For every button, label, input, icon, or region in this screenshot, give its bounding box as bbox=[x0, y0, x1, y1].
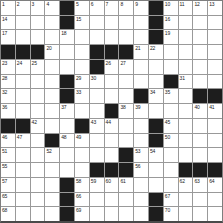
cell-r6c15[interactable] bbox=[208, 75, 222, 89]
black-cell-r4c8 bbox=[105, 45, 119, 59]
cell-r9c9[interactable] bbox=[119, 119, 133, 133]
cell-r9c13[interactable] bbox=[179, 119, 193, 133]
clue-number-23: 23 bbox=[2, 60, 7, 66]
cell-r15c3[interactable] bbox=[31, 207, 45, 221]
clue-number-69: 69 bbox=[76, 207, 81, 213]
cell-r7c13[interactable] bbox=[179, 89, 193, 103]
cell-r2c15[interactable] bbox=[208, 16, 222, 30]
cell-r14c10[interactable] bbox=[134, 193, 148, 207]
cell-r3c3[interactable] bbox=[31, 30, 45, 44]
cell-r5c12[interactable] bbox=[164, 60, 178, 74]
clue-number-9: 9 bbox=[135, 1, 138, 7]
black-cell-r8c8 bbox=[105, 104, 119, 118]
clue-number-12: 12 bbox=[194, 1, 199, 7]
cell-r11c8[interactable] bbox=[105, 148, 119, 162]
cell-r11c6[interactable] bbox=[75, 148, 89, 162]
cell-r3c14[interactable] bbox=[193, 30, 207, 44]
cell-r14c4[interactable] bbox=[45, 193, 59, 207]
black-cell-r4c9 bbox=[119, 45, 133, 59]
black-cell-r6c12 bbox=[164, 75, 178, 89]
black-cell-r9c6 bbox=[75, 119, 89, 133]
cell-r9c5[interactable] bbox=[60, 119, 74, 133]
cell-r14c6[interactable]: 66 bbox=[75, 193, 89, 207]
cell-r3c8[interactable] bbox=[105, 30, 119, 44]
black-cell-r2c11 bbox=[149, 16, 163, 30]
cell-r11c3[interactable] bbox=[31, 148, 45, 162]
cell-r4c15[interactable] bbox=[208, 45, 222, 59]
black-cell-r10c4 bbox=[45, 134, 59, 148]
cell-r11c2[interactable] bbox=[16, 148, 30, 162]
cell-r11c13[interactable] bbox=[179, 148, 193, 162]
cell-r6c9[interactable] bbox=[119, 75, 133, 89]
cell-r1c3[interactable]: 3 bbox=[31, 1, 45, 15]
cell-r3c12[interactable]: 19 bbox=[164, 30, 178, 44]
cell-r2c3[interactable] bbox=[31, 16, 45, 30]
clue-number-11: 11 bbox=[180, 1, 185, 7]
cell-r9c8[interactable]: 44 bbox=[105, 119, 119, 133]
clue-number-50: 50 bbox=[165, 134, 170, 140]
black-cell-r4c3 bbox=[31, 45, 45, 59]
clue-number-36: 36 bbox=[2, 104, 7, 110]
clue-number-27: 27 bbox=[120, 60, 125, 66]
cell-r5c9[interactable]: 27 bbox=[119, 60, 133, 74]
clue-number-43: 43 bbox=[91, 119, 96, 125]
cell-r3c6[interactable] bbox=[75, 30, 89, 44]
cell-r11c11[interactable]: 54 bbox=[149, 148, 163, 162]
clue-number-56: 56 bbox=[135, 163, 140, 169]
cell-r10c3[interactable] bbox=[31, 134, 45, 148]
cell-r14c1[interactable]: 65 bbox=[1, 193, 15, 207]
clue-number-4: 4 bbox=[46, 1, 49, 7]
cell-r2c4[interactable] bbox=[45, 16, 59, 30]
cell-r12c3[interactable] bbox=[31, 163, 45, 177]
clue-number-7: 7 bbox=[106, 1, 109, 7]
black-cell-r7c14 bbox=[193, 89, 207, 103]
cell-r11c12[interactable] bbox=[164, 148, 178, 162]
cell-r2c12[interactable]: 16 bbox=[164, 16, 178, 30]
cell-r1c8[interactable]: 7 bbox=[105, 1, 119, 15]
black-cell-r12c8 bbox=[105, 163, 119, 177]
cell-r11c14[interactable] bbox=[193, 148, 207, 162]
clue-number-44: 44 bbox=[106, 119, 111, 125]
cell-r15c9[interactable] bbox=[119, 207, 133, 221]
cell-r12c2[interactable] bbox=[16, 163, 30, 177]
cell-r7c12[interactable]: 35 bbox=[164, 89, 178, 103]
clue-number-1: 1 bbox=[2, 1, 5, 7]
black-cell-r12c14 bbox=[193, 163, 207, 177]
clue-number-40: 40 bbox=[194, 104, 199, 110]
cell-r7c2[interactable] bbox=[16, 89, 30, 103]
cell-r1c6[interactable]: 5 bbox=[75, 1, 89, 15]
cell-r14c12[interactable]: 67 bbox=[164, 193, 178, 207]
cell-r4c11[interactable]: 22 bbox=[149, 45, 163, 59]
cell-r15c12[interactable]: 70 bbox=[164, 207, 178, 221]
cell-r5c3[interactable]: 25 bbox=[31, 60, 45, 74]
cell-r10c8[interactable] bbox=[105, 134, 119, 148]
black-cell-r1c5 bbox=[60, 1, 74, 15]
cell-r10c7[interactable] bbox=[90, 134, 104, 148]
black-cell-r2c5 bbox=[60, 16, 74, 30]
cell-r14c15[interactable] bbox=[208, 193, 222, 207]
clue-number-59: 59 bbox=[91, 178, 96, 184]
cell-r8c3[interactable] bbox=[31, 104, 45, 118]
cell-r8c12[interactable] bbox=[164, 104, 178, 118]
cell-r11c10[interactable]: 53 bbox=[134, 148, 148, 162]
cell-r9c14[interactable] bbox=[193, 119, 207, 133]
cell-r4c13[interactable] bbox=[179, 45, 193, 59]
cell-r11c1[interactable]: 51 bbox=[1, 148, 15, 162]
clue-number-32: 32 bbox=[2, 89, 7, 95]
cell-r1c14[interactable]: 12 bbox=[193, 1, 207, 15]
black-cell-r11c9 bbox=[119, 148, 133, 162]
black-cell-r12c13 bbox=[179, 163, 193, 177]
cell-r2c1[interactable]: 14 bbox=[1, 16, 15, 30]
cell-r7c1[interactable]: 32 bbox=[1, 89, 15, 103]
cell-r4c4[interactable]: 20 bbox=[45, 45, 59, 59]
cell-r13c12[interactable] bbox=[164, 178, 178, 192]
clue-number-60: 60 bbox=[106, 178, 111, 184]
cell-r8c11[interactable] bbox=[149, 104, 163, 118]
cell-r4c5[interactable] bbox=[60, 45, 74, 59]
cell-r7c9[interactable] bbox=[119, 89, 133, 103]
cell-r10c1[interactable]: 46 bbox=[1, 134, 15, 148]
cell-r9c10[interactable] bbox=[134, 119, 148, 133]
clue-number-51: 51 bbox=[2, 148, 7, 154]
clue-number-41: 41 bbox=[209, 104, 214, 110]
cell-r8c15[interactable]: 41 bbox=[208, 104, 222, 118]
clue-number-54: 54 bbox=[150, 148, 155, 154]
cell-r13c14[interactable]: 63 bbox=[193, 178, 207, 192]
cell-r2c13[interactable] bbox=[179, 16, 193, 30]
cell-r10c10[interactable] bbox=[134, 134, 148, 148]
cell-r8c4[interactable] bbox=[45, 104, 59, 118]
cell-r6c3[interactable] bbox=[31, 75, 45, 89]
cell-r7c8[interactable] bbox=[105, 89, 119, 103]
cell-r1c2[interactable]: 2 bbox=[16, 1, 30, 15]
crossword-puzzle: 1234567891011121314151617181920212223242… bbox=[0, 0, 223, 223]
clue-number-68: 68 bbox=[2, 207, 7, 213]
black-cell-r9c2 bbox=[16, 119, 30, 133]
cell-r13c1[interactable]: 57 bbox=[1, 178, 15, 192]
clue-number-49: 49 bbox=[76, 134, 81, 140]
clue-number-46: 46 bbox=[2, 134, 7, 140]
clue-number-5: 5 bbox=[76, 1, 79, 7]
cell-r1c9[interactable]: 8 bbox=[119, 1, 133, 15]
clue-number-17: 17 bbox=[2, 30, 7, 36]
cell-r10c6[interactable]: 49 bbox=[75, 134, 89, 148]
cell-r5c14[interactable] bbox=[193, 60, 207, 74]
cell-r3c15[interactable] bbox=[208, 30, 222, 44]
cell-r14c14[interactable] bbox=[193, 193, 207, 207]
cell-r14c13[interactable] bbox=[179, 193, 193, 207]
cell-r8c6[interactable] bbox=[75, 104, 89, 118]
cell-r2c2[interactable] bbox=[16, 16, 30, 30]
cell-r15c4[interactable] bbox=[45, 207, 59, 221]
cell-r13c11[interactable] bbox=[149, 178, 163, 192]
black-cell-r12c9 bbox=[119, 163, 133, 177]
clue-number-37: 37 bbox=[61, 104, 66, 110]
black-cell-r14c11 bbox=[149, 193, 163, 207]
clue-number-48: 48 bbox=[61, 134, 66, 140]
cell-r10c14[interactable] bbox=[193, 134, 207, 148]
cell-r6c2[interactable] bbox=[16, 75, 30, 89]
cell-r9c4[interactable] bbox=[45, 119, 59, 133]
clue-number-52: 52 bbox=[46, 148, 51, 154]
cell-r7c3[interactable] bbox=[31, 89, 45, 103]
clue-number-14: 14 bbox=[2, 16, 7, 22]
clue-number-26: 26 bbox=[106, 60, 111, 66]
cell-r3c7[interactable] bbox=[90, 30, 104, 44]
cell-r13c7[interactable]: 59 bbox=[90, 178, 104, 192]
cell-r8c13[interactable] bbox=[179, 104, 193, 118]
clue-number-61: 61 bbox=[120, 178, 125, 184]
clue-number-8: 8 bbox=[120, 1, 123, 7]
cell-r9c15[interactable] bbox=[208, 119, 222, 133]
clue-number-10: 10 bbox=[165, 1, 170, 7]
clue-number-24: 24 bbox=[17, 60, 22, 66]
cell-r10c13[interactable] bbox=[179, 134, 193, 148]
cell-r2c10[interactable] bbox=[134, 16, 148, 30]
cell-r7c11[interactable]: 34 bbox=[149, 89, 163, 103]
cell-r9c7[interactable]: 43 bbox=[90, 119, 104, 133]
cell-r11c4[interactable]: 52 bbox=[45, 148, 59, 162]
cell-r10c2[interactable]: 47 bbox=[16, 134, 30, 148]
black-cell-r7c5 bbox=[60, 89, 74, 103]
cell-r6c4[interactable] bbox=[45, 75, 59, 89]
clue-number-3: 3 bbox=[32, 1, 35, 7]
cell-r6c1[interactable]: 28 bbox=[1, 75, 15, 89]
cell-r10c12[interactable]: 50 bbox=[164, 134, 178, 148]
cell-r6c7[interactable]: 30 bbox=[90, 75, 104, 89]
cell-r7c6[interactable]: 33 bbox=[75, 89, 89, 103]
black-cell-r13c5 bbox=[60, 178, 74, 192]
cell-r14c7[interactable] bbox=[90, 193, 104, 207]
cell-r13c2[interactable] bbox=[16, 178, 30, 192]
cell-r5c11[interactable] bbox=[149, 60, 163, 74]
cell-r3c10[interactable] bbox=[134, 30, 148, 44]
cell-r1c7[interactable]: 6 bbox=[90, 1, 104, 15]
cell-r15c2[interactable] bbox=[16, 207, 30, 221]
cell-r5c6[interactable] bbox=[75, 60, 89, 74]
cell-r14c2[interactable] bbox=[16, 193, 30, 207]
cell-r13c6[interactable]: 58 bbox=[75, 178, 89, 192]
clue-number-66: 66 bbox=[76, 193, 81, 199]
clue-number-31: 31 bbox=[180, 75, 185, 81]
cell-r13c9[interactable]: 61 bbox=[119, 178, 133, 192]
black-cell-r15c5 bbox=[60, 207, 74, 221]
clue-number-67: 67 bbox=[165, 193, 170, 199]
cell-r8c10[interactable]: 39 bbox=[134, 104, 148, 118]
cell-r1c12[interactable]: 10 bbox=[164, 1, 178, 15]
clue-number-58: 58 bbox=[76, 178, 81, 184]
clue-number-13: 13 bbox=[209, 1, 214, 7]
clue-number-30: 30 bbox=[91, 75, 96, 81]
cell-r3c13[interactable] bbox=[179, 30, 193, 44]
cell-r15c15[interactable] bbox=[208, 207, 222, 221]
clue-number-34: 34 bbox=[150, 89, 155, 95]
cell-r4c12[interactable] bbox=[164, 45, 178, 59]
black-cell-r5c7 bbox=[90, 60, 104, 74]
cell-r15c14[interactable] bbox=[193, 207, 207, 221]
cell-r12c1[interactable]: 55 bbox=[1, 163, 15, 177]
cell-r8c1[interactable]: 36 bbox=[1, 104, 15, 118]
cell-r12c10[interactable]: 56 bbox=[134, 163, 148, 177]
cell-r10c9[interactable] bbox=[119, 134, 133, 148]
cell-r3c9[interactable] bbox=[119, 30, 133, 44]
cell-r14c9[interactable] bbox=[119, 193, 133, 207]
cell-r5c1[interactable]: 23 bbox=[1, 60, 15, 74]
clue-number-25: 25 bbox=[32, 60, 37, 66]
cell-r15c13[interactable] bbox=[179, 207, 193, 221]
clue-number-6: 6 bbox=[91, 1, 94, 7]
black-cell-r10c11 bbox=[149, 134, 163, 148]
cell-r8c14[interactable]: 40 bbox=[193, 104, 207, 118]
black-cell-r12c7 bbox=[90, 163, 104, 177]
cell-r5c4[interactable] bbox=[45, 60, 59, 74]
cell-r1c10[interactable]: 9 bbox=[134, 1, 148, 15]
cell-r2c14[interactable] bbox=[193, 16, 207, 30]
cell-r3c1[interactable]: 17 bbox=[1, 30, 15, 44]
clue-number-21: 21 bbox=[135, 45, 140, 51]
cell-r1c15[interactable]: 13 bbox=[208, 1, 222, 15]
cell-r9c3[interactable]: 42 bbox=[31, 119, 45, 133]
cell-r15c8[interactable] bbox=[105, 207, 119, 221]
cell-r2c8[interactable] bbox=[105, 16, 119, 30]
cell-r13c3[interactable] bbox=[31, 178, 45, 192]
black-cell-r9c1 bbox=[1, 119, 15, 133]
black-cell-r12c15 bbox=[208, 163, 222, 177]
black-cell-r4c2 bbox=[16, 45, 30, 59]
clue-number-57: 57 bbox=[2, 178, 7, 184]
cell-r12c5[interactable] bbox=[60, 163, 74, 177]
cell-r13c10[interactable] bbox=[134, 178, 148, 192]
black-cell-r15c11 bbox=[149, 207, 163, 221]
cell-r8c2[interactable] bbox=[16, 104, 30, 118]
cell-r9c12[interactable]: 45 bbox=[164, 119, 178, 133]
black-cell-r9c11 bbox=[149, 119, 163, 133]
cell-r6c8[interactable] bbox=[105, 75, 119, 89]
clue-number-29: 29 bbox=[76, 75, 81, 81]
cell-r6c6[interactable]: 29 bbox=[75, 75, 89, 89]
clue-number-20: 20 bbox=[46, 45, 51, 51]
black-cell-r7c15 bbox=[208, 89, 222, 103]
cell-r5c10[interactable] bbox=[134, 60, 148, 74]
black-cell-r6c5 bbox=[60, 75, 74, 89]
clue-number-53: 53 bbox=[135, 148, 140, 154]
clue-number-16: 16 bbox=[165, 16, 170, 22]
cell-r11c7[interactable] bbox=[90, 148, 104, 162]
clue-number-63: 63 bbox=[194, 178, 199, 184]
clue-number-64: 64 bbox=[209, 178, 214, 184]
cell-r15c6[interactable]: 69 bbox=[75, 207, 89, 221]
clue-number-22: 22 bbox=[150, 45, 155, 51]
black-cell-r3c11 bbox=[149, 30, 163, 44]
clue-number-35: 35 bbox=[165, 89, 170, 95]
cell-r4c10[interactable]: 21 bbox=[134, 45, 148, 59]
cell-r4c6[interactable] bbox=[75, 45, 89, 59]
crossword-board: 1234567891011121314151617181920212223242… bbox=[0, 0, 223, 223]
cell-r1c4[interactable]: 4 bbox=[45, 1, 59, 15]
clue-number-62: 62 bbox=[180, 178, 185, 184]
cell-r5c5[interactable] bbox=[60, 60, 74, 74]
cell-r8c9[interactable]: 38 bbox=[119, 104, 133, 118]
cell-r3c4[interactable] bbox=[45, 30, 59, 44]
clue-number-2: 2 bbox=[17, 1, 20, 7]
clue-number-18: 18 bbox=[61, 30, 66, 36]
cell-r3c2[interactable] bbox=[16, 30, 30, 44]
clue-number-55: 55 bbox=[2, 163, 7, 169]
cell-r6c13[interactable]: 31 bbox=[179, 75, 193, 89]
cell-r12c11[interactable] bbox=[149, 163, 163, 177]
cell-r15c7[interactable] bbox=[90, 207, 104, 221]
cell-r12c12[interactable] bbox=[164, 163, 178, 177]
cell-r6c10[interactable] bbox=[134, 75, 148, 89]
cell-r13c8[interactable]: 60 bbox=[105, 178, 119, 192]
cell-r13c13[interactable]: 62 bbox=[179, 178, 193, 192]
cell-r15c1[interactable]: 68 bbox=[1, 207, 15, 221]
cell-r11c15[interactable] bbox=[208, 148, 222, 162]
black-cell-r1c11 bbox=[149, 1, 163, 15]
cell-r8c5[interactable]: 37 bbox=[60, 104, 74, 118]
clue-number-38: 38 bbox=[120, 104, 125, 110]
cell-r10c15[interactable] bbox=[208, 134, 222, 148]
cell-r1c1[interactable]: 1 bbox=[1, 1, 15, 15]
cell-r6c14[interactable] bbox=[193, 75, 207, 89]
clue-number-42: 42 bbox=[32, 119, 37, 125]
cell-r7c7[interactable] bbox=[90, 89, 104, 103]
clue-number-70: 70 bbox=[165, 207, 170, 213]
black-cell-r7c10 bbox=[134, 89, 148, 103]
cell-r7c4[interactable] bbox=[45, 89, 59, 103]
cell-r12c6[interactable] bbox=[75, 163, 89, 177]
cell-r8c7[interactable] bbox=[90, 104, 104, 118]
cell-r15c10[interactable] bbox=[134, 207, 148, 221]
cell-r14c3[interactable] bbox=[31, 193, 45, 207]
cell-r5c13[interactable] bbox=[179, 60, 193, 74]
cell-r10c5[interactable]: 48 bbox=[60, 134, 74, 148]
clue-number-45: 45 bbox=[165, 119, 170, 125]
black-cell-r4c1 bbox=[1, 45, 15, 59]
cell-r2c9[interactable] bbox=[119, 16, 133, 30]
clue-number-19: 19 bbox=[165, 30, 170, 36]
clue-number-39: 39 bbox=[135, 104, 140, 110]
cell-r13c4[interactable] bbox=[45, 178, 59, 192]
clue-number-15: 15 bbox=[76, 16, 81, 22]
cell-r5c2[interactable]: 24 bbox=[16, 60, 30, 74]
cell-r2c7[interactable] bbox=[90, 16, 104, 30]
clue-number-33: 33 bbox=[76, 89, 81, 95]
cell-r1c13[interactable]: 11 bbox=[179, 1, 193, 15]
black-cell-r4c7 bbox=[90, 45, 104, 59]
cell-r13c15[interactable]: 64 bbox=[208, 178, 222, 192]
cell-r5c15[interactable] bbox=[208, 60, 222, 74]
cell-r5c8[interactable]: 26 bbox=[105, 60, 119, 74]
cell-r14c8[interactable] bbox=[105, 193, 119, 207]
black-cell-r14c5 bbox=[60, 193, 74, 207]
cell-r6c11[interactable] bbox=[149, 75, 163, 89]
cell-r12c4[interactable] bbox=[45, 163, 59, 177]
clue-number-28: 28 bbox=[2, 75, 7, 81]
clue-number-65: 65 bbox=[2, 193, 7, 199]
cell-r2c6[interactable]: 15 bbox=[75, 16, 89, 30]
cell-r4c14[interactable] bbox=[193, 45, 207, 59]
cell-r11c5[interactable] bbox=[60, 148, 74, 162]
clue-number-47: 47 bbox=[17, 134, 22, 140]
cell-r3c5[interactable]: 18 bbox=[60, 30, 74, 44]
